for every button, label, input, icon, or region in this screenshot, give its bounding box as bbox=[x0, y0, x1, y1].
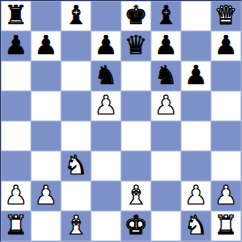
square-f5[interactable]: ♟ bbox=[151, 91, 181, 121]
black-knight-icon: ♞ bbox=[94, 62, 117, 88]
white-knight-icon: ♞ bbox=[64, 152, 87, 178]
black-king-icon: ♚ bbox=[124, 2, 147, 28]
white-pawn-icon: ♟ bbox=[154, 92, 177, 118]
square-c2[interactable] bbox=[61, 181, 91, 211]
white-pawn-icon: ♟ bbox=[4, 182, 27, 208]
white-pawn-icon: ♟ bbox=[214, 182, 237, 208]
black-pawn-icon: ♟ bbox=[4, 32, 27, 58]
black-rook-icon: ♜ bbox=[4, 2, 27, 28]
white-knight-icon: ♞ bbox=[184, 212, 207, 238]
square-f4[interactable] bbox=[151, 121, 181, 151]
square-a3[interactable] bbox=[1, 151, 31, 181]
chess-board-frame: ♜♝♚♝♛♟♟♟♛♟♟♞♞♟♟♟♞♟♟♝♟♟♜♝♚♞♜ bbox=[0, 0, 242, 242]
square-c3[interactable]: ♞ bbox=[61, 151, 91, 181]
square-c4[interactable] bbox=[61, 121, 91, 151]
black-bishop-icon: ♝ bbox=[64, 2, 87, 28]
square-b5[interactable] bbox=[31, 91, 61, 121]
square-b6[interactable] bbox=[31, 61, 61, 91]
square-e5[interactable] bbox=[121, 91, 151, 121]
square-e4[interactable] bbox=[121, 121, 151, 151]
square-a7[interactable]: ♟ bbox=[1, 31, 31, 61]
square-c5[interactable] bbox=[61, 91, 91, 121]
square-g7[interactable] bbox=[181, 31, 211, 61]
square-g4[interactable] bbox=[181, 121, 211, 151]
square-h2[interactable]: ♟ bbox=[211, 181, 241, 211]
square-f7[interactable]: ♟ bbox=[151, 31, 181, 61]
square-d7[interactable]: ♟ bbox=[91, 31, 121, 61]
square-a8[interactable]: ♜ bbox=[1, 1, 31, 31]
square-e7[interactable]: ♛ bbox=[121, 31, 151, 61]
square-c6[interactable] bbox=[61, 61, 91, 91]
square-h7[interactable]: ♟ bbox=[211, 31, 241, 61]
square-e8[interactable]: ♚ bbox=[121, 1, 151, 31]
square-h5[interactable] bbox=[211, 91, 241, 121]
square-f1[interactable] bbox=[151, 211, 181, 241]
white-pawn-icon: ♟ bbox=[184, 182, 207, 208]
square-g1[interactable]: ♞ bbox=[181, 211, 211, 241]
black-bishop-icon: ♝ bbox=[154, 2, 177, 28]
square-a4[interactable] bbox=[1, 121, 31, 151]
square-b4[interactable] bbox=[31, 121, 61, 151]
white-king-icon: ♚ bbox=[124, 212, 147, 238]
white-bishop-icon: ♝ bbox=[64, 212, 87, 238]
square-h4[interactable] bbox=[211, 121, 241, 151]
square-d8[interactable] bbox=[91, 1, 121, 31]
black-knight-icon: ♞ bbox=[154, 62, 177, 88]
square-d2[interactable] bbox=[91, 181, 121, 211]
square-c7[interactable] bbox=[61, 31, 91, 61]
square-g2[interactable]: ♟ bbox=[181, 181, 211, 211]
square-d1[interactable] bbox=[91, 211, 121, 241]
black-pawn-icon: ♟ bbox=[184, 62, 207, 88]
square-d4[interactable] bbox=[91, 121, 121, 151]
white-queen-icon: ♛ bbox=[214, 2, 237, 28]
white-rook-icon: ♜ bbox=[214, 212, 237, 238]
square-b1[interactable] bbox=[31, 211, 61, 241]
square-g3[interactable] bbox=[181, 151, 211, 181]
square-d3[interactable] bbox=[91, 151, 121, 181]
black-pawn-icon: ♟ bbox=[154, 32, 177, 58]
square-b7[interactable]: ♟ bbox=[31, 31, 61, 61]
square-b3[interactable] bbox=[31, 151, 61, 181]
white-pawn-icon: ♟ bbox=[34, 182, 57, 208]
black-pawn-icon: ♟ bbox=[214, 32, 237, 58]
black-pawn-icon: ♟ bbox=[34, 32, 57, 58]
square-a2[interactable]: ♟ bbox=[1, 181, 31, 211]
square-b2[interactable]: ♟ bbox=[31, 181, 61, 211]
square-e2[interactable]: ♝ bbox=[121, 181, 151, 211]
chess-board: ♜♝♚♝♛♟♟♟♛♟♟♞♞♟♟♟♞♟♟♝♟♟♜♝♚♞♜ bbox=[1, 1, 241, 241]
square-h6[interactable] bbox=[211, 61, 241, 91]
white-pawn-icon: ♟ bbox=[94, 92, 117, 118]
black-queen-icon: ♛ bbox=[124, 32, 147, 58]
white-bishop-icon: ♝ bbox=[124, 182, 147, 208]
square-h1[interactable]: ♜ bbox=[211, 211, 241, 241]
square-h3[interactable] bbox=[211, 151, 241, 181]
square-h8[interactable]: ♛ bbox=[211, 1, 241, 31]
square-g6[interactable]: ♟ bbox=[181, 61, 211, 91]
square-d5[interactable]: ♟ bbox=[91, 91, 121, 121]
square-f2[interactable] bbox=[151, 181, 181, 211]
square-c1[interactable]: ♝ bbox=[61, 211, 91, 241]
square-f8[interactable]: ♝ bbox=[151, 1, 181, 31]
square-b8[interactable] bbox=[31, 1, 61, 31]
square-a5[interactable] bbox=[1, 91, 31, 121]
white-rook-icon: ♜ bbox=[4, 212, 27, 238]
square-c8[interactable]: ♝ bbox=[61, 1, 91, 31]
square-e6[interactable] bbox=[121, 61, 151, 91]
black-pawn-icon: ♟ bbox=[94, 32, 117, 58]
square-a1[interactable]: ♜ bbox=[1, 211, 31, 241]
square-g5[interactable] bbox=[181, 91, 211, 121]
square-e3[interactable] bbox=[121, 151, 151, 181]
square-e1[interactable]: ♚ bbox=[121, 211, 151, 241]
square-g8[interactable] bbox=[181, 1, 211, 31]
square-a6[interactable] bbox=[1, 61, 31, 91]
square-d6[interactable]: ♞ bbox=[91, 61, 121, 91]
square-f3[interactable] bbox=[151, 151, 181, 181]
square-f6[interactable]: ♞ bbox=[151, 61, 181, 91]
